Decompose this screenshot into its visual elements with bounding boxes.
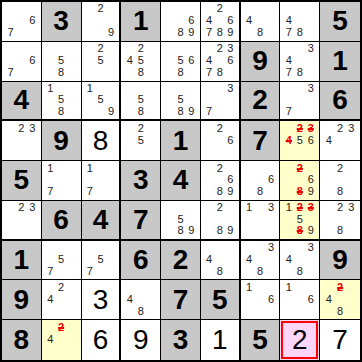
candidate-5: 5 (56, 254, 67, 266)
cell-r5c4[interactable]: 3 (121, 161, 161, 201)
cell-r3c8[interactable]: 37 (280, 82, 320, 122)
candidate-2: 2 (16, 202, 27, 214)
candidate-grid: 28 (323, 162, 357, 198)
candidate-4: 4 (124, 293, 135, 305)
cell-r5c1[interactable]: 5 (2, 161, 42, 201)
candidate-4: 4 (283, 254, 294, 266)
candidate-1: 1 (45, 162, 56, 174)
cell-value: 7 (121, 201, 160, 239)
candidate-grid: 234678 (204, 43, 236, 79)
candidate-5: 5 (56, 55, 67, 67)
candidate-2: 2 (214, 202, 225, 214)
candidate-6: 6 (186, 55, 197, 67)
candidate-grid: 16 (283, 281, 316, 317)
cell-r7c8[interactable]: 348 (280, 241, 320, 281)
cell-r7c5[interactable]: 2 (161, 241, 201, 281)
cell-r5c7[interactable]: 68 (241, 161, 281, 201)
candidate-1: 1 (283, 202, 294, 214)
candidate-2: 2 (95, 3, 106, 15)
cell-value: 1 (161, 121, 200, 160)
cell-r4c4[interactable]: 25 (121, 121, 161, 161)
candidate-grid: 16 (244, 281, 277, 317)
cell-r7c4[interactable]: 6 (121, 241, 161, 281)
candidate-grid: 48 (244, 3, 277, 39)
candidate-grid: 248 (323, 281, 357, 317)
cell-r2c2[interactable]: 58 (42, 42, 82, 82)
cell-r9c4[interactable]: 9 (121, 320, 161, 360)
candidate-5: 5 (175, 94, 186, 106)
candidate-4: 4 (283, 55, 294, 67)
candidate-grid: 17 (85, 162, 117, 198)
candidate-4-eliminated: 4 (283, 134, 294, 146)
cell-value: 6 (42, 201, 81, 239)
cell-r8c2[interactable]: 24 (42, 280, 82, 320)
cell-r8c1[interactable]: 9 (2, 280, 42, 320)
candidate-5: 5 (95, 55, 106, 67)
cell-value: 5 (201, 280, 239, 319)
candidate-8: 8 (56, 106, 67, 118)
candidate-4: 4 (283, 15, 294, 27)
candidate-2: 2 (95, 43, 106, 55)
candidate-grid: 57 (45, 242, 78, 278)
cell-r4c5[interactable]: 1 (161, 121, 201, 161)
candidate-9: 9 (106, 27, 117, 39)
cell-r4c2[interactable]: 9 (42, 121, 82, 161)
candidate-3: 3 (266, 242, 277, 254)
candidate-3: 3 (225, 43, 236, 55)
candidate-grid: 689 (164, 3, 197, 39)
candidate-3: 3 (346, 202, 357, 214)
candidate-4: 4 (45, 293, 56, 305)
candidate-5: 5 (175, 213, 186, 225)
candidate-grid: 13 (244, 202, 277, 237)
candidate-grid: 348 (244, 242, 277, 278)
candidate-6: 6 (225, 174, 236, 186)
cell-r8c6[interactable]: 5 (201, 280, 241, 320)
candidate-grid: 29 (85, 3, 117, 39)
candidate-grid: 589 (164, 202, 197, 237)
cell-r1c7[interactable]: 48 (241, 2, 281, 42)
cell-r9c9[interactable]: 7 (320, 320, 360, 360)
candidate-8: 8 (255, 266, 266, 278)
cell-r8c9[interactable]: 248 (320, 280, 360, 320)
cell-r2c1[interactable]: 67 (2, 42, 42, 82)
cell-r3c4[interactable]: 58 (121, 82, 161, 122)
cell-value: 9 (42, 121, 81, 160)
cell-r5c3[interactable]: 17 (82, 161, 122, 201)
candidate-8: 8 (214, 27, 225, 39)
cell-r5c8[interactable]: 2689 (280, 161, 320, 201)
candidate-8: 8 (175, 106, 186, 118)
cell-r4c7[interactable]: 7 (241, 121, 281, 161)
cell-r1c8[interactable]: 478 (280, 2, 320, 42)
candidate-grid: 58 (124, 83, 157, 118)
candidate-1: 1 (283, 281, 294, 293)
candidate-7: 7 (204, 27, 215, 39)
candidate-8: 8 (255, 186, 266, 198)
candidate-7: 7 (283, 67, 294, 79)
candidate-8: 8 (56, 67, 67, 79)
candidate-6: 6 (225, 15, 236, 27)
candidate-3-eliminated: 3 (305, 122, 316, 134)
candidate-grid: 67 (5, 3, 38, 39)
candidate-6: 6 (27, 55, 38, 67)
cell-r1c9[interactable]: 5 (320, 2, 360, 42)
candidate-4: 4 (244, 15, 255, 27)
candidate-4: 4 (204, 15, 215, 27)
sudoku-board: 6732916892467894847856758252458568234678… (0, 0, 362, 362)
candidate-2: 2 (214, 122, 225, 134)
candidate-5: 5 (294, 134, 305, 146)
candidate-2: 2 (334, 202, 345, 214)
cell-value: 9 (121, 320, 160, 360)
cell-value: 3 (82, 280, 120, 319)
candidate-5: 5 (56, 94, 67, 106)
cell-r2c8[interactable]: 3478 (280, 42, 320, 82)
candidate-8: 8 (214, 186, 225, 198)
cell-r9c3[interactable]: 6 (82, 320, 122, 360)
cell-value: 4 (2, 82, 41, 120)
candidate-grid: 48 (124, 281, 157, 317)
cell-r2c9[interactable]: 1 (320, 42, 360, 82)
cell-r7c6[interactable]: 48 (201, 241, 241, 281)
candidate-grid: 37 (283, 83, 316, 118)
candidate-8: 8 (334, 225, 345, 237)
candidate-grid: 24 (45, 321, 78, 358)
candidate-8: 8 (175, 27, 186, 39)
cell-value: 2 (161, 241, 200, 280)
candidate-7: 7 (5, 67, 16, 79)
candidate-grid: 2689 (204, 162, 236, 198)
cell-r2c3[interactable]: 25 (82, 42, 122, 82)
candidate-8: 8 (214, 225, 225, 237)
candidate-grid: 23 (5, 202, 38, 237)
candidate-4: 4 (323, 134, 334, 146)
candidate-1: 1 (244, 281, 255, 293)
cell-value: 1 (121, 2, 160, 41)
candidate-4: 4 (45, 333, 56, 345)
candidate-2-eliminated: 2 (294, 122, 305, 134)
candidate-grid: 568 (164, 43, 197, 79)
cell-r5c2[interactable]: 17 (42, 161, 82, 201)
candidate-4: 4 (204, 254, 215, 266)
candidate-3-eliminated: 3 (305, 202, 316, 214)
cell-r4c1[interactable]: 23 (2, 121, 42, 161)
cell-r3c3[interactable]: 159 (82, 82, 122, 122)
cell-r5c5[interactable]: 4 (161, 161, 201, 201)
cell-r8c3[interactable]: 3 (82, 280, 122, 320)
cell-r6c2[interactable]: 6 (42, 201, 82, 241)
candidate-9: 9 (186, 27, 197, 39)
candidate-grid: 234 (323, 122, 357, 158)
cell-value: 7 (161, 280, 200, 319)
cell-r3c5[interactable]: 589 (161, 82, 201, 122)
candidate-8: 8 (135, 106, 146, 118)
candidate-grid: 58 (45, 43, 78, 79)
candidate-grid: 26 (204, 122, 236, 158)
cell-r5c9[interactable]: 28 (320, 161, 360, 201)
candidate-8: 8 (175, 67, 186, 79)
candidate-2: 2 (334, 122, 345, 134)
cell-r7c3[interactable]: 57 (82, 241, 122, 281)
cell-value: 9 (241, 42, 280, 81)
cell-value: 9 (2, 280, 41, 319)
candidate-7: 7 (45, 266, 56, 278)
candidate-6: 6 (305, 134, 316, 146)
candidate-6: 6 (305, 174, 316, 186)
candidate-9: 9 (225, 186, 236, 198)
candidate-grid: 159 (85, 83, 117, 118)
cell-r4c3[interactable]: 8 (82, 121, 122, 161)
candidate-7: 7 (283, 27, 294, 39)
cell-r1c2[interactable]: 3 (42, 2, 82, 42)
candidate-9: 9 (186, 106, 197, 118)
cell-r1c5[interactable]: 689 (161, 2, 201, 42)
candidate-grid: 17 (45, 162, 78, 198)
cell-r6c8[interactable]: 123589 (280, 201, 320, 241)
candidate-8: 8 (135, 305, 146, 317)
candidate-1: 1 (85, 162, 96, 174)
cell-r7c9[interactable]: 9 (320, 241, 360, 281)
candidate-grid: 238 (323, 202, 357, 237)
candidate-grid: 158 (45, 83, 78, 118)
candidate-1: 1 (244, 202, 255, 214)
cell-r3c6[interactable]: 37 (201, 82, 241, 122)
cell-r4c8[interactable]: 23456 (280, 121, 320, 161)
candidate-9: 9 (305, 186, 316, 198)
candidate-8: 8 (294, 67, 305, 79)
cell-r8c4[interactable]: 48 (121, 280, 161, 320)
cell-r1c4[interactable]: 1 (121, 2, 161, 42)
candidate-3: 3 (27, 202, 38, 214)
candidate-6: 6 (305, 293, 316, 305)
candidate-2: 2 (214, 43, 225, 55)
cell-r8c8[interactable]: 16 (280, 280, 320, 320)
candidate-1: 1 (45, 83, 56, 95)
cell-r9c7[interactable]: 5 (241, 320, 281, 360)
cell-r1c3[interactable]: 29 (82, 2, 122, 42)
candidate-grid: 3478 (283, 43, 316, 79)
candidate-grid: 37 (204, 83, 236, 118)
cell-value: 3 (161, 320, 200, 360)
candidate-7: 7 (283, 106, 294, 118)
candidate-9: 9 (225, 27, 236, 39)
candidate-7: 7 (85, 266, 96, 278)
candidate-grid: 24 (45, 281, 78, 317)
candidate-8: 8 (294, 266, 305, 278)
cell-value: 8 (2, 320, 41, 360)
candidate-5: 5 (135, 134, 146, 146)
candidate-grid: 589 (164, 83, 197, 118)
candidate-9: 9 (106, 106, 117, 118)
cell-r6c9[interactable]: 238 (320, 201, 360, 241)
candidate-2-eliminated: 2 (334, 281, 345, 293)
cell-r4c9[interactable]: 234 (320, 121, 360, 161)
cell-value: 9 (320, 241, 360, 280)
cell-r2c7[interactable]: 9 (241, 42, 281, 82)
candidate-grid: 23 (5, 122, 38, 158)
candidate-9: 9 (225, 225, 236, 237)
cell-value: 6 (320, 82, 360, 120)
cell-value: 6 (82, 320, 120, 360)
cell-r9c5[interactable]: 3 (161, 320, 201, 360)
candidate-grid: 246789 (204, 3, 236, 39)
candidate-2: 2 (214, 162, 225, 174)
candidate-grid: 2458 (124, 43, 157, 79)
cell-value: 1 (2, 241, 41, 280)
candidate-6: 6 (225, 134, 236, 146)
candidate-3: 3 (346, 122, 357, 134)
candidate-5: 5 (95, 94, 106, 106)
cell-value: 4 (82, 201, 120, 239)
candidate-8-eliminated: 8 (294, 186, 305, 198)
candidate-7: 7 (204, 106, 215, 118)
cell-value: 8 (82, 121, 120, 160)
candidate-3: 3 (225, 83, 236, 95)
candidate-6: 6 (225, 55, 236, 67)
candidate-3: 3 (305, 43, 316, 55)
cell-r9c8[interactable]: 2 (280, 320, 320, 360)
candidate-5: 5 (135, 55, 146, 67)
candidate-grid: 25 (85, 43, 117, 79)
candidate-6: 6 (186, 15, 197, 27)
candidate-7: 7 (5, 27, 16, 39)
cell-r6c7[interactable]: 13 (241, 201, 281, 241)
candidate-9: 9 (186, 225, 197, 237)
candidate-2-eliminated: 2 (294, 162, 305, 174)
candidate-5: 5 (135, 94, 146, 106)
candidate-3: 3 (266, 202, 277, 214)
cell-r7c1[interactable]: 1 (2, 241, 42, 281)
cell-value: 3 (42, 2, 81, 41)
candidate-7: 7 (85, 186, 96, 198)
candidate-6: 6 (27, 15, 38, 27)
candidate-2-eliminated: 2 (294, 202, 305, 214)
cell-r1c1[interactable]: 67 (2, 2, 42, 42)
cell-r3c7[interactable]: 2 (241, 82, 281, 122)
candidate-2: 2 (214, 3, 225, 15)
cell-r6c3[interactable]: 4 (82, 201, 122, 241)
candidate-3: 3 (305, 83, 316, 95)
candidate-2: 2 (135, 122, 146, 134)
candidate-8: 8 (175, 225, 186, 237)
candidate-grid: 478 (283, 3, 316, 39)
cell-r8c7[interactable]: 16 (241, 280, 281, 320)
cell-value: 4 (161, 161, 200, 200)
cell-r6c6[interactable]: 289 (201, 201, 241, 241)
candidate-8: 8 (294, 27, 305, 39)
cell-r8c5[interactable]: 7 (161, 280, 201, 320)
candidate-8: 8 (214, 67, 225, 79)
cell-value: 2 (241, 82, 280, 120)
cell-value: 7 (241, 121, 280, 160)
cell-r4c6[interactable]: 26 (201, 121, 241, 161)
candidate-8-eliminated: 8 (294, 225, 305, 237)
cell-r9c6[interactable]: 1 (201, 320, 241, 360)
candidate-4: 4 (204, 55, 215, 67)
cell-r1c6[interactable]: 246789 (201, 2, 241, 42)
cell-r9c1[interactable]: 8 (2, 320, 42, 360)
cell-r3c1[interactable]: 4 (2, 82, 42, 122)
cell-r2c6[interactable]: 234678 (201, 42, 241, 82)
cell-r7c2[interactable]: 57 (42, 241, 82, 281)
candidate-5: 5 (294, 213, 305, 225)
candidate-2: 2 (334, 162, 345, 174)
candidate-2-eliminated: 2 (56, 321, 67, 333)
candidate-2: 2 (135, 43, 146, 55)
candidate-grid: 23456 (283, 122, 316, 158)
candidate-7: 7 (204, 67, 215, 79)
cell-r6c1[interactable]: 23 (2, 201, 42, 241)
candidate-6: 6 (266, 174, 277, 186)
cell-r6c5[interactable]: 589 (161, 201, 201, 241)
cell-r2c5[interactable]: 568 (161, 42, 201, 82)
cell-value: 7 (320, 320, 360, 360)
candidate-7: 7 (45, 186, 56, 198)
cell-value: 1 (320, 42, 360, 81)
candidate-2: 2 (56, 281, 67, 293)
candidate-grid: 123589 (283, 202, 316, 237)
candidate-5: 5 (175, 55, 186, 67)
candidate-6: 6 (266, 293, 277, 305)
cell-r3c2[interactable]: 158 (42, 82, 82, 122)
candidate-grid: 57 (85, 242, 117, 278)
cell-r2c4[interactable]: 2458 (121, 42, 161, 82)
candidate-4: 4 (323, 293, 334, 305)
cell-r6c4[interactable]: 7 (121, 201, 161, 241)
candidate-1: 1 (85, 83, 96, 95)
cell-value: 5 (320, 2, 360, 41)
candidate-8: 8 (214, 266, 225, 278)
cell-r5c6[interactable]: 2689 (201, 161, 241, 201)
candidate-8: 8 (135, 67, 146, 79)
candidate-9: 9 (305, 225, 316, 237)
candidate-5: 5 (95, 254, 106, 266)
candidate-4: 4 (244, 254, 255, 266)
cell-r3c9[interactable]: 6 (320, 82, 360, 122)
candidate-grid: 25 (124, 122, 157, 158)
candidate-grid: 67 (5, 43, 38, 79)
cell-value: 2 (280, 320, 319, 360)
candidate-3: 3 (27, 122, 38, 134)
cell-r9c2[interactable]: 24 (42, 320, 82, 360)
cell-value: 5 (241, 320, 280, 360)
candidate-grid: 48 (204, 242, 236, 278)
cell-value: 1 (201, 320, 239, 360)
cell-r7c7[interactable]: 348 (241, 241, 281, 281)
cell-value: 5 (2, 161, 41, 200)
candidate-4: 4 (124, 55, 135, 67)
candidate-grid: 289 (204, 202, 236, 237)
candidate-3: 3 (305, 242, 316, 254)
cell-value: 3 (121, 161, 160, 200)
candidate-grid: 68 (244, 162, 277, 198)
cell-value: 6 (121, 241, 160, 280)
candidate-8: 8 (334, 305, 345, 317)
candidate-grid: 2689 (283, 162, 316, 198)
candidate-8: 8 (255, 27, 266, 39)
candidate-8: 8 (334, 186, 345, 198)
candidate-2: 2 (16, 122, 27, 134)
candidate-grid: 348 (283, 242, 316, 278)
